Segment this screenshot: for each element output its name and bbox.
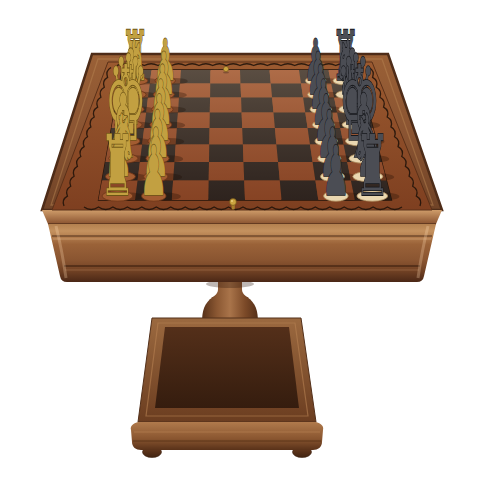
chess-table: ♜♟♟♜♞♟♟♞♝♟♟♝♛♟♟♛♚♟♟♚♝♟♟♝♞♟♟♞♜♟♟♜ (0, 0, 480, 480)
chess-table: ♜♟♟♜♞♟♟♞♝♟♟♝♛♟♟♛♚♟♟♚♝♟♟♝♞♟♟♞♜♟♟♜ (0, 0, 480, 480)
chess-table-photo: ♜♟♟♜♞♟♟♞♝♟♟♝♛♟♟♛♚♟♟♚♝♟♟♝♞♟♟♞♜♟♟♜ (0, 0, 480, 480)
piece-silver-P[interactable]: ♟ (322, 131, 350, 212)
pedestal-base (131, 318, 323, 458)
piece-gold-R[interactable]: ♜ (100, 118, 134, 215)
piece-silver-R[interactable]: ♜ (355, 118, 389, 215)
board-hinge-knob[interactable] (223, 66, 229, 73)
piece-gold-P[interactable]: ♟ (140, 131, 168, 212)
